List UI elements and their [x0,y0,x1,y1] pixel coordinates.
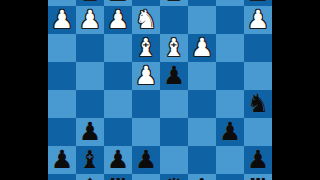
square-h4[interactable] [48,62,76,90]
black-pawn[interactable]: ♟ [247,146,269,174]
black-pawn[interactable]: ♟ [51,146,73,174]
square-f3[interactable] [104,34,132,62]
square-a4[interactable] [244,62,272,90]
black-bishop[interactable]: ♝ [79,146,101,174]
white-bishop[interactable]: ♝ [135,34,157,62]
square-h7[interactable]: ♟ [48,146,76,174]
chess-board: ♚♜♛♜♟♟♟♞♟♝♝♟♟♟♞♟♟♟♝♟♟♟♚♜♛♝♜ [48,0,272,180]
square-f4[interactable] [104,62,132,90]
square-a2[interactable]: ♟ [244,6,272,34]
white-pawn[interactable]: ♟ [247,6,269,34]
square-g6[interactable]: ♟ [76,118,104,146]
square-c6[interactable] [188,118,216,146]
square-d2[interactable] [160,6,188,34]
square-h3[interactable] [48,34,76,62]
black-pawn[interactable]: ♟ [135,146,157,174]
black-bishop[interactable]: ♝ [191,174,213,180]
white-pawn[interactable]: ♟ [79,6,101,34]
square-b2[interactable] [216,6,244,34]
square-a7[interactable]: ♟ [244,146,272,174]
square-d8[interactable]: ♛ [160,174,188,180]
square-g2[interactable]: ♟ [76,6,104,34]
white-knight[interactable]: ♞ [135,6,157,34]
black-pawn[interactable]: ♟ [79,118,101,146]
square-g4[interactable] [76,62,104,90]
square-c4[interactable] [188,62,216,90]
black-pawn[interactable]: ♟ [163,62,185,90]
square-e7[interactable]: ♟ [132,146,160,174]
black-pawn[interactable]: ♟ [219,118,241,146]
square-d7[interactable] [160,146,188,174]
square-b7[interactable] [216,146,244,174]
square-c3[interactable]: ♟ [188,34,216,62]
square-h6[interactable] [48,118,76,146]
white-pawn[interactable]: ♟ [51,6,73,34]
black-rook[interactable]: ♜ [107,174,129,180]
square-b5[interactable] [216,90,244,118]
square-g3[interactable] [76,34,104,62]
black-pawn[interactable]: ♟ [107,146,129,174]
black-knight[interactable]: ♞ [247,90,269,118]
white-bishop[interactable]: ♝ [163,34,185,62]
square-e4[interactable]: ♟ [132,62,160,90]
square-e2[interactable]: ♞ [132,6,160,34]
square-e6[interactable] [132,118,160,146]
square-e5[interactable] [132,90,160,118]
square-c7[interactable] [188,146,216,174]
square-b6[interactable]: ♟ [216,118,244,146]
square-f2[interactable]: ♟ [104,6,132,34]
square-f7[interactable]: ♟ [104,146,132,174]
square-c2[interactable] [188,6,216,34]
square-d6[interactable] [160,118,188,146]
square-h5[interactable] [48,90,76,118]
right-letterbox-bar [272,0,320,180]
square-g5[interactable] [76,90,104,118]
black-king[interactable]: ♚ [79,174,101,180]
square-e8[interactable] [132,174,160,180]
left-letterbox-bar [0,0,48,180]
square-a5[interactable]: ♞ [244,90,272,118]
square-g7[interactable]: ♝ [76,146,104,174]
black-rook[interactable]: ♜ [247,174,269,180]
square-c8[interactable]: ♝ [188,174,216,180]
square-g8[interactable]: ♚ [76,174,104,180]
square-d3[interactable]: ♝ [160,34,188,62]
square-f5[interactable] [104,90,132,118]
square-h2[interactable]: ♟ [48,6,76,34]
white-pawn[interactable]: ♟ [135,62,157,90]
square-d5[interactable] [160,90,188,118]
white-pawn[interactable]: ♟ [107,6,129,34]
square-f8[interactable]: ♜ [104,174,132,180]
square-a6[interactable] [244,118,272,146]
square-d4[interactable]: ♟ [160,62,188,90]
square-b8[interactable] [216,174,244,180]
white-pawn[interactable]: ♟ [191,34,213,62]
square-c5[interactable] [188,90,216,118]
square-a8[interactable]: ♜ [244,174,272,180]
square-e3[interactable]: ♝ [132,34,160,62]
square-b3[interactable] [216,34,244,62]
square-f6[interactable] [104,118,132,146]
chess-app-viewport: ♚♜♛♜♟♟♟♞♟♝♝♟♟♟♞♟♟♟♝♟♟♟♚♜♛♝♜ [0,0,320,180]
square-a3[interactable] [244,34,272,62]
black-queen[interactable]: ♛ [163,174,185,180]
square-h8[interactable] [48,174,76,180]
square-b4[interactable] [216,62,244,90]
